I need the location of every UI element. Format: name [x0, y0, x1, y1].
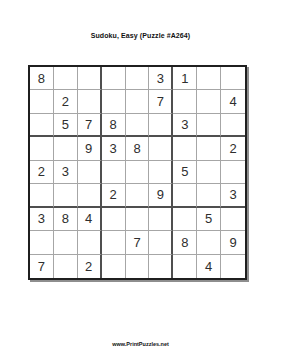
sudoku-cell-r9c9-empty	[221, 255, 245, 278]
sudoku-cell-r7c2-given: 8	[54, 208, 78, 231]
sudoku-cell-r1c1-given: 8	[30, 67, 54, 90]
sudoku-cell-r7c6-empty	[149, 208, 173, 231]
sudoku-cell-r6c2-empty	[54, 184, 78, 207]
sudoku-cell-r9c7-empty	[173, 255, 197, 278]
sudoku-cell-r5c9-empty	[221, 161, 245, 184]
page-title: Sudoku, Easy (Puzzle #A264)	[0, 32, 281, 39]
sudoku-grid: 831274578393822352933845789724	[28, 65, 247, 280]
sudoku-cell-r7c4-empty	[102, 208, 126, 231]
sudoku-cell-r9c1-given: 7	[30, 255, 54, 278]
sudoku-cell-r1c7-given: 1	[173, 67, 197, 90]
sudoku-cell-r7c3-given: 4	[78, 208, 102, 231]
sudoku-cell-r2c8-empty	[197, 90, 221, 113]
sudoku-cell-r4c6-empty	[149, 137, 173, 160]
sudoku-cell-r5c2-given: 3	[54, 161, 78, 184]
sudoku-cell-r1c9-empty	[221, 67, 245, 90]
sudoku-cell-r4c8-empty	[197, 137, 221, 160]
sudoku-cell-r3c7-given: 3	[173, 114, 197, 137]
sudoku-cell-r5c1-given: 2	[30, 161, 54, 184]
sudoku-cell-r3c3-given: 7	[78, 114, 102, 137]
sudoku-cell-r4c2-empty	[54, 137, 78, 160]
sudoku-cell-r3c2-given: 5	[54, 114, 78, 137]
sudoku-cell-r1c2-empty	[54, 67, 78, 90]
sudoku-cell-r8c1-empty	[30, 231, 54, 254]
sudoku-cell-r8c3-empty	[78, 231, 102, 254]
sudoku-cell-r4c5-given: 8	[126, 137, 150, 160]
sudoku-cell-r2c1-empty	[30, 90, 54, 113]
sudoku-cell-r7c5-empty	[126, 208, 150, 231]
sudoku-cell-r6c4-given: 2	[102, 184, 126, 207]
sudoku-cell-r4c9-given: 2	[221, 137, 245, 160]
sudoku-cell-r8c9-given: 9	[221, 231, 245, 254]
sudoku-cell-r4c7-empty	[173, 137, 197, 160]
sudoku-cell-r3c8-empty	[197, 114, 221, 137]
sudoku-cell-r9c5-empty	[126, 255, 150, 278]
footer-site-url: www.PrintPuzzles.net	[0, 341, 281, 347]
sudoku-cell-r2c5-empty	[126, 90, 150, 113]
sudoku-cell-r4c3-given: 9	[78, 137, 102, 160]
sudoku-cell-r6c1-empty	[30, 184, 54, 207]
sudoku-cell-r8c5-given: 7	[126, 231, 150, 254]
sudoku-cell-r9c3-given: 2	[78, 255, 102, 278]
sudoku-cell-r3c6-empty	[149, 114, 173, 137]
sudoku-cell-r4c4-given: 3	[102, 137, 126, 160]
sudoku-cell-r7c8-given: 5	[197, 208, 221, 231]
sudoku-cell-r2c2-given: 2	[54, 90, 78, 113]
sudoku-cell-r5c5-empty	[126, 161, 150, 184]
sudoku-cell-r1c6-given: 3	[149, 67, 173, 90]
sudoku-cell-r3c4-given: 8	[102, 114, 126, 137]
sudoku-cell-r1c4-empty	[102, 67, 126, 90]
sudoku-cell-r6c3-empty	[78, 184, 102, 207]
sudoku-cell-r9c4-empty	[102, 255, 126, 278]
sudoku-cell-r5c8-empty	[197, 161, 221, 184]
sudoku-cell-r8c4-empty	[102, 231, 126, 254]
sudoku-cell-r2c9-given: 4	[221, 90, 245, 113]
sudoku-cell-r2c7-empty	[173, 90, 197, 113]
sudoku-cell-r8c7-given: 8	[173, 231, 197, 254]
sudoku-cell-r2c3-empty	[78, 90, 102, 113]
sudoku-cell-r4c1-empty	[30, 137, 54, 160]
sudoku-cell-r9c2-empty	[54, 255, 78, 278]
sudoku-cell-r9c6-empty	[149, 255, 173, 278]
sudoku-cell-r7c9-empty	[221, 208, 245, 231]
sudoku-cell-r8c6-empty	[149, 231, 173, 254]
sudoku-cell-r1c5-empty	[126, 67, 150, 90]
sudoku-cell-r6c6-given: 9	[149, 184, 173, 207]
sudoku-cell-r1c8-empty	[197, 67, 221, 90]
sudoku-cell-r2c6-given: 7	[149, 90, 173, 113]
sudoku-cell-r8c2-empty	[54, 231, 78, 254]
sudoku-cell-r7c1-given: 3	[30, 208, 54, 231]
sudoku-cell-r6c8-empty	[197, 184, 221, 207]
sudoku-cell-r3c5-empty	[126, 114, 150, 137]
sudoku-cell-r5c7-given: 5	[173, 161, 197, 184]
sudoku-cell-r8c8-empty	[197, 231, 221, 254]
sudoku-cell-r1c3-empty	[78, 67, 102, 90]
sudoku-cell-r3c9-empty	[221, 114, 245, 137]
sudoku-cell-r9c8-given: 4	[197, 255, 221, 278]
sudoku-cell-r7c7-empty	[173, 208, 197, 231]
sudoku-cell-r6c5-empty	[126, 184, 150, 207]
sudoku-cell-r6c9-given: 3	[221, 184, 245, 207]
sudoku-cell-r3c1-empty	[30, 114, 54, 137]
sudoku-cell-r6c7-empty	[173, 184, 197, 207]
sudoku-cell-r5c4-empty	[102, 161, 126, 184]
sudoku-cell-r2c4-empty	[102, 90, 126, 113]
sudoku-cell-r5c3-empty	[78, 161, 102, 184]
sudoku-cell-r5c6-empty	[149, 161, 173, 184]
